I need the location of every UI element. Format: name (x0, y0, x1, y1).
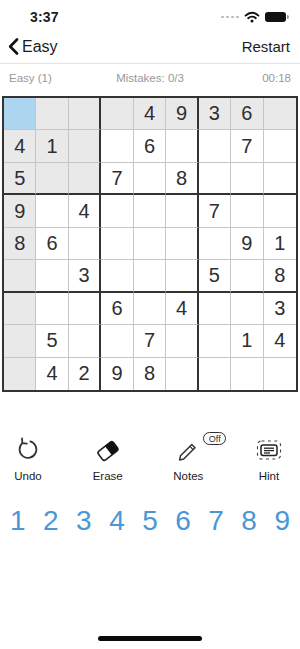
undo-button[interactable]: Undo (14, 435, 42, 482)
status-time: 3:37 (30, 9, 59, 25)
cell-r7c1[interactable] (4, 293, 36, 325)
cell-r4c2[interactable] (36, 195, 68, 227)
numpad-7[interactable]: 7 (208, 504, 224, 538)
cell-r2c1[interactable]: 4 (4, 130, 36, 162)
cell-r5c1[interactable]: 8 (4, 228, 36, 260)
undo-icon (14, 435, 42, 467)
cell-r4c8[interactable] (231, 195, 263, 227)
cell-r1c2[interactable] (36, 98, 68, 130)
cell-r3c1[interactable]: 5 (4, 163, 36, 195)
cell-r5c3[interactable] (69, 228, 101, 260)
eraser-icon (93, 435, 123, 467)
cell-r5c8[interactable]: 9 (231, 228, 263, 260)
cell-r2c2[interactable]: 1 (36, 130, 68, 162)
cell-r8c9[interactable]: 4 (264, 325, 296, 357)
cell-r2c9[interactable] (264, 130, 296, 162)
cell-r1c1[interactable] (4, 98, 36, 130)
difficulty-label: Easy (1) (9, 72, 103, 84)
cell-r3c5[interactable] (134, 163, 166, 195)
erase-label: Erase (93, 470, 123, 482)
pencil-icon (176, 435, 200, 467)
undo-label: Undo (14, 470, 42, 482)
cell-r5c9[interactable]: 1 (264, 228, 296, 260)
battery-icon (265, 12, 286, 23)
cell-r3c3[interactable] (69, 163, 101, 195)
cell-r1c3[interactable] (69, 98, 101, 130)
cell-r2c7[interactable] (199, 130, 231, 162)
cell-r8c6[interactable] (166, 325, 198, 357)
numpad-3[interactable]: 3 (76, 504, 92, 538)
chevron-left-icon (8, 38, 19, 55)
cell-r6c9[interactable]: 8 (264, 260, 296, 292)
cell-r1c4[interactable] (101, 98, 133, 130)
status-bar: 3:37 (0, 0, 300, 30)
numpad-9[interactable]: 9 (274, 504, 290, 538)
erase-button[interactable]: Erase (93, 435, 123, 482)
cell-r7c6[interactable]: 4 (166, 293, 198, 325)
home-indicator[interactable] (98, 636, 202, 641)
cell-r6c3[interactable]: 3 (69, 260, 101, 292)
cell-r3c6[interactable]: 8 (166, 163, 198, 195)
cell-r8c1[interactable] (4, 325, 36, 357)
cell-r4c5[interactable] (134, 195, 166, 227)
cell-r2c5[interactable]: 6 (134, 130, 166, 162)
hint-card-icon (254, 435, 284, 467)
hint-label: Hint (259, 470, 279, 482)
cell-r1c9[interactable] (264, 98, 296, 130)
cell-r7c9[interactable]: 3 (264, 293, 296, 325)
cell-r2c8[interactable]: 7 (231, 130, 263, 162)
cell-r4c6[interactable] (166, 195, 198, 227)
cell-r6c8[interactable] (231, 260, 263, 292)
cell-r3c4[interactable]: 7 (101, 163, 133, 195)
cell-r6c4[interactable] (101, 260, 133, 292)
cell-r9c9[interactable] (264, 358, 296, 390)
cell-r4c4[interactable] (101, 195, 133, 227)
wifi-icon (244, 11, 260, 23)
cell-r9c6[interactable] (166, 358, 198, 390)
cell-r8c8[interactable]: 1 (231, 325, 263, 357)
cell-r1c5[interactable]: 4 (134, 98, 166, 130)
status-icons (221, 11, 286, 23)
cell-r3c7[interactable] (199, 163, 231, 195)
cell-r7c5[interactable] (134, 293, 166, 325)
cell-r2c6[interactable] (166, 130, 198, 162)
cell-r5c2[interactable]: 6 (36, 228, 68, 260)
cell-r9c1[interactable] (4, 358, 36, 390)
cell-r6c6[interactable] (166, 260, 198, 292)
numpad: 123456789 (0, 504, 300, 538)
cell-r6c1[interactable] (4, 260, 36, 292)
numpad-8[interactable]: 8 (241, 504, 257, 538)
notes-button[interactable]: Off Notes (173, 435, 203, 482)
cell-r1c8[interactable]: 6 (231, 98, 263, 130)
cell-r9c7[interactable] (199, 358, 231, 390)
cell-r7c2[interactable] (36, 293, 68, 325)
sudoku-board: 49364167578947869135864357144298 (2, 96, 298, 392)
hint-button[interactable]: Hint (254, 435, 284, 482)
numpad-6[interactable]: 6 (175, 504, 191, 538)
cell-r9c8[interactable] (231, 358, 263, 390)
app-screen: 3:37 Easy Restart Easy (1) Mistakes: 0/3… (0, 0, 300, 649)
cell-r1c6[interactable]: 9 (166, 98, 198, 130)
cell-r9c4[interactable]: 9 (101, 358, 133, 390)
cell-r3c9[interactable] (264, 163, 296, 195)
cell-r8c5[interactable]: 7 (134, 325, 166, 357)
cell-r8c3[interactable] (69, 325, 101, 357)
restart-button[interactable]: Restart (242, 38, 290, 55)
cell-r6c7[interactable]: 5 (199, 260, 231, 292)
numpad-2[interactable]: 2 (43, 504, 59, 538)
cell-r1c7[interactable]: 3 (199, 98, 231, 130)
numpad-5[interactable]: 5 (142, 504, 158, 538)
notes-off-badge: Off (203, 432, 226, 445)
cell-r7c4[interactable]: 6 (101, 293, 133, 325)
info-bar: Easy (1) Mistakes: 0/3 00:18 (0, 64, 300, 92)
cell-r4c3[interactable]: 4 (69, 195, 101, 227)
cell-r2c4[interactable] (101, 130, 133, 162)
cell-r3c2[interactable] (36, 163, 68, 195)
cell-r2c3[interactable] (69, 130, 101, 162)
cell-r5c5[interactable] (134, 228, 166, 260)
numpad-1[interactable]: 1 (10, 504, 26, 538)
cell-r9c5[interactable]: 8 (134, 358, 166, 390)
cell-r9c3[interactable]: 2 (69, 358, 101, 390)
cell-r7c8[interactable] (231, 293, 263, 325)
cell-r4c9[interactable] (264, 195, 296, 227)
back-button[interactable]: Easy (8, 38, 58, 56)
notes-label: Notes (173, 470, 203, 482)
timer-label: 00:18 (197, 72, 291, 84)
cell-r7c3[interactable] (69, 293, 101, 325)
cell-r5c6[interactable] (166, 228, 198, 260)
cell-r4c7[interactable]: 7 (199, 195, 231, 227)
back-button-label: Easy (22, 38, 58, 56)
cell-r8c7[interactable] (199, 325, 231, 357)
cellular-signal-icon (221, 16, 239, 19)
cell-r9c2[interactable]: 4 (36, 358, 68, 390)
mistakes-label: Mistakes: 0/3 (103, 72, 197, 84)
cell-r5c4[interactable] (101, 228, 133, 260)
cell-r6c2[interactable] (36, 260, 68, 292)
toolbar: Undo Erase Off Notes (0, 435, 300, 482)
cell-r3c8[interactable] (231, 163, 263, 195)
numpad-4[interactable]: 4 (109, 504, 125, 538)
cell-r6c5[interactable] (134, 260, 166, 292)
cell-r5c7[interactable] (199, 228, 231, 260)
cell-r8c4[interactable] (101, 325, 133, 357)
cell-r8c2[interactable]: 5 (36, 325, 68, 357)
cell-r4c1[interactable]: 9 (4, 195, 36, 227)
cell-r7c7[interactable] (199, 293, 231, 325)
nav-bar: Easy Restart (0, 30, 300, 64)
